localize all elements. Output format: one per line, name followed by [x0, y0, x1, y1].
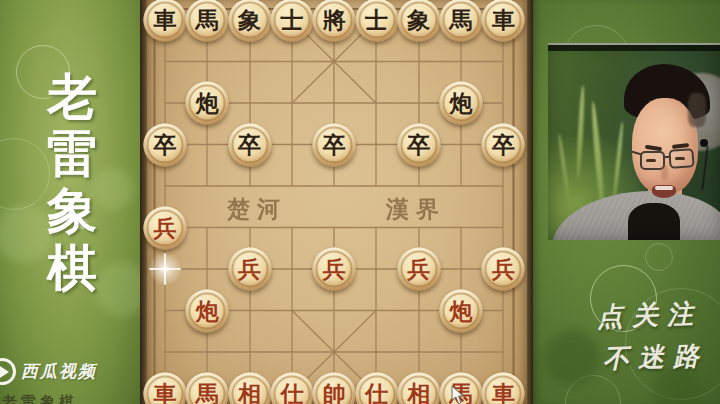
piece-red-a[interactable]: 仕: [355, 372, 398, 404]
piece-black-r[interactable]: 車: [482, 0, 525, 42]
piece-red-a[interactable]: 仕: [270, 372, 313, 404]
piece-black-b[interactable]: 象: [228, 0, 271, 42]
piece-red-p[interactable]: 兵: [397, 248, 440, 291]
piece-black-n[interactable]: 馬: [186, 0, 229, 42]
piece-red-n[interactable]: 馬: [186, 372, 229, 404]
piece-black-p[interactable]: 卒: [397, 123, 440, 166]
piece-red-p[interactable]: 兵: [144, 206, 187, 249]
piece-black-b[interactable]: 象: [397, 0, 440, 42]
piece-black-p[interactable]: 卒: [144, 123, 187, 166]
piece-red-r[interactable]: 車: [482, 372, 525, 404]
mouse-cursor-icon: [451, 385, 466, 404]
piece-layer: 車馬象士將士象馬車炮炮卒卒卒卒卒兵兵兵兵兵炮炮車馬相仕帥仕相馬車: [0, 0, 720, 404]
piece-black-k[interactable]: 將: [313, 0, 356, 42]
piece-black-a[interactable]: 士: [270, 0, 313, 42]
piece-red-b[interactable]: 相: [228, 372, 271, 404]
move-sparkle: [146, 250, 184, 288]
piece-red-p[interactable]: 兵: [228, 248, 271, 291]
piece-black-n[interactable]: 馬: [440, 0, 483, 42]
piece-black-p[interactable]: 卒: [228, 123, 271, 166]
piece-black-c[interactable]: 炮: [186, 82, 229, 125]
piece-red-k[interactable]: 帥: [313, 372, 356, 404]
piece-red-b[interactable]: 相: [397, 372, 440, 404]
piece-black-p[interactable]: 卒: [313, 123, 356, 166]
piece-black-p[interactable]: 卒: [482, 123, 525, 166]
piece-red-c[interactable]: 炮: [186, 289, 229, 332]
piece-red-p[interactable]: 兵: [313, 248, 356, 291]
piece-black-a[interactable]: 士: [355, 0, 398, 42]
piece-red-c[interactable]: 炮: [440, 289, 483, 332]
piece-red-p[interactable]: 兵: [482, 248, 525, 291]
stream-frame: 老雷象棋 西瓜视频 老雷象棋 点关注 不迷路: [0, 0, 720, 404]
piece-red-r[interactable]: 車: [144, 372, 187, 404]
piece-black-r[interactable]: 車: [144, 0, 187, 42]
piece-black-c[interactable]: 炮: [440, 82, 483, 125]
